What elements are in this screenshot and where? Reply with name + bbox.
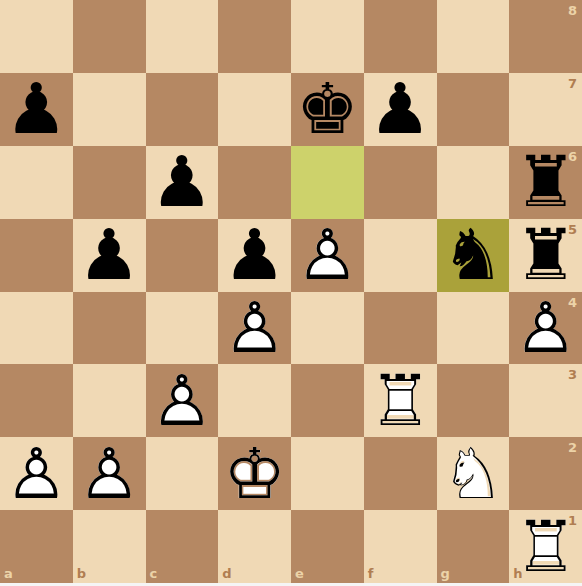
piece-black-rook[interactable]: ♜ bbox=[509, 146, 582, 219]
square-c1[interactable]: c bbox=[146, 510, 219, 583]
square-g6[interactable] bbox=[437, 146, 510, 219]
square-c4[interactable] bbox=[146, 292, 219, 365]
square-h7[interactable]: 7 bbox=[509, 73, 582, 146]
piece-black-pawn[interactable]: ♟ bbox=[73, 219, 146, 292]
black-knight-glyph: ♞ bbox=[437, 219, 510, 292]
black-rook-glyph: ♜ bbox=[509, 219, 582, 292]
square-d4[interactable]: ♟♙ bbox=[218, 292, 291, 365]
square-g7[interactable] bbox=[437, 73, 510, 146]
black-pawn-glyph: ♟ bbox=[0, 73, 73, 146]
rank-label-2: 2 bbox=[568, 440, 577, 455]
rank-label-8: 8 bbox=[568, 3, 577, 18]
white-pawn-outline: ♙ bbox=[218, 292, 291, 365]
square-e3[interactable] bbox=[291, 364, 364, 437]
square-g2[interactable]: ♞♘ bbox=[437, 437, 510, 510]
square-c6[interactable]: ♟ bbox=[146, 146, 219, 219]
piece-white-pawn[interactable]: ♟♙ bbox=[73, 437, 146, 510]
square-d7[interactable] bbox=[218, 73, 291, 146]
square-b2[interactable]: ♟♙ bbox=[73, 437, 146, 510]
square-b5[interactable]: ♟ bbox=[73, 219, 146, 292]
square-a5[interactable] bbox=[0, 219, 73, 292]
white-king-outline: ♔ bbox=[218, 437, 291, 510]
piece-black-king[interactable]: ♚ bbox=[291, 73, 364, 146]
square-g5[interactable]: ♞ bbox=[437, 219, 510, 292]
square-h2[interactable]: 2 bbox=[509, 437, 582, 510]
square-d1[interactable]: d bbox=[218, 510, 291, 583]
square-a6[interactable] bbox=[0, 146, 73, 219]
square-d5[interactable]: ♟ bbox=[218, 219, 291, 292]
square-b3[interactable] bbox=[73, 364, 146, 437]
piece-black-pawn[interactable]: ♟ bbox=[0, 73, 73, 146]
white-pawn-outline: ♙ bbox=[509, 292, 582, 365]
square-b6[interactable] bbox=[73, 146, 146, 219]
square-d6[interactable] bbox=[218, 146, 291, 219]
file-label-g: g bbox=[441, 566, 450, 581]
chess-app: 8♟♚♟7♟♜6♟♟♟♙♞♜5♟♙♟♙4♟♙♜♖3♟♙♟♙♚♔♞♘2abcdef… bbox=[0, 0, 582, 586]
square-e8[interactable] bbox=[291, 0, 364, 73]
square-c8[interactable] bbox=[146, 0, 219, 73]
black-rook-glyph: ♜ bbox=[509, 146, 582, 219]
square-e7[interactable]: ♚ bbox=[291, 73, 364, 146]
piece-black-knight[interactable]: ♞ bbox=[437, 219, 510, 292]
square-c2[interactable] bbox=[146, 437, 219, 510]
square-f5[interactable] bbox=[364, 219, 437, 292]
white-pawn-outline: ♙ bbox=[146, 364, 219, 437]
black-pawn-glyph: ♟ bbox=[146, 146, 219, 219]
square-b1[interactable]: b bbox=[73, 510, 146, 583]
square-a4[interactable] bbox=[0, 292, 73, 365]
square-f3[interactable]: ♜♖ bbox=[364, 364, 437, 437]
square-b8[interactable] bbox=[73, 0, 146, 73]
square-d8[interactable] bbox=[218, 0, 291, 73]
square-h8[interactable]: 8 bbox=[509, 0, 582, 73]
square-f7[interactable]: ♟ bbox=[364, 73, 437, 146]
black-pawn-glyph: ♟ bbox=[73, 219, 146, 292]
black-pawn-glyph: ♟ bbox=[364, 73, 437, 146]
white-pawn-outline: ♙ bbox=[291, 219, 364, 292]
square-c7[interactable] bbox=[146, 73, 219, 146]
square-h3[interactable]: 3 bbox=[509, 364, 582, 437]
piece-white-pawn[interactable]: ♟♙ bbox=[509, 292, 582, 365]
square-g3[interactable] bbox=[437, 364, 510, 437]
file-label-e: e bbox=[295, 566, 304, 581]
square-e2[interactable] bbox=[291, 437, 364, 510]
square-a7[interactable]: ♟ bbox=[0, 73, 73, 146]
square-e6[interactable] bbox=[291, 146, 364, 219]
square-b7[interactable] bbox=[73, 73, 146, 146]
square-f1[interactable]: f bbox=[364, 510, 437, 583]
file-label-d: d bbox=[222, 566, 231, 581]
white-rook-outline: ♖ bbox=[364, 364, 437, 437]
piece-white-pawn[interactable]: ♟♙ bbox=[146, 364, 219, 437]
square-f4[interactable] bbox=[364, 292, 437, 365]
square-a3[interactable] bbox=[0, 364, 73, 437]
square-a8[interactable] bbox=[0, 0, 73, 73]
square-c3[interactable]: ♟♙ bbox=[146, 364, 219, 437]
square-d3[interactable] bbox=[218, 364, 291, 437]
black-pawn-glyph: ♟ bbox=[218, 219, 291, 292]
chess-board: 8♟♚♟7♟♜6♟♟♟♙♞♜5♟♙♟♙4♟♙♜♖3♟♙♟♙♚♔♞♘2abcdef… bbox=[0, 0, 582, 583]
piece-white-king[interactable]: ♚♔ bbox=[218, 437, 291, 510]
piece-white-knight[interactable]: ♞♘ bbox=[437, 437, 510, 510]
piece-white-pawn[interactable]: ♟♙ bbox=[0, 437, 73, 510]
file-label-b: b bbox=[77, 566, 86, 581]
piece-black-rook[interactable]: ♜ bbox=[509, 219, 582, 292]
black-king-glyph: ♚ bbox=[291, 73, 364, 146]
white-rook-outline: ♖ bbox=[509, 510, 582, 583]
square-f2[interactable] bbox=[364, 437, 437, 510]
piece-black-pawn[interactable]: ♟ bbox=[364, 73, 437, 146]
square-h6[interactable]: ♜6 bbox=[509, 146, 582, 219]
square-f6[interactable] bbox=[364, 146, 437, 219]
white-pawn-outline: ♙ bbox=[73, 437, 146, 510]
square-e5[interactable]: ♟♙ bbox=[291, 219, 364, 292]
square-b4[interactable] bbox=[73, 292, 146, 365]
file-label-c: c bbox=[150, 566, 158, 581]
piece-black-pawn[interactable]: ♟ bbox=[146, 146, 219, 219]
square-a2[interactable]: ♟♙ bbox=[0, 437, 73, 510]
square-h4[interactable]: ♟♙4 bbox=[509, 292, 582, 365]
square-f8[interactable] bbox=[364, 0, 437, 73]
white-knight-outline: ♘ bbox=[437, 437, 510, 510]
square-c5[interactable] bbox=[146, 219, 219, 292]
square-d2[interactable]: ♚♔ bbox=[218, 437, 291, 510]
piece-white-rook[interactable]: ♜♖ bbox=[509, 510, 582, 583]
piece-white-pawn[interactable]: ♟♙ bbox=[218, 292, 291, 365]
square-g1[interactable]: g bbox=[437, 510, 510, 583]
white-pawn-outline: ♙ bbox=[0, 437, 73, 510]
square-g8[interactable] bbox=[437, 0, 510, 73]
square-a1[interactable]: a bbox=[0, 510, 73, 583]
file-label-f: f bbox=[368, 566, 374, 581]
square-h1[interactable]: ♜♖1h bbox=[509, 510, 582, 583]
piece-white-pawn[interactable]: ♟♙ bbox=[291, 219, 364, 292]
square-g4[interactable] bbox=[437, 292, 510, 365]
piece-white-rook[interactable]: ♜♖ bbox=[364, 364, 437, 437]
square-h5[interactable]: ♜5 bbox=[509, 219, 582, 292]
square-e4[interactable] bbox=[291, 292, 364, 365]
piece-black-pawn[interactable]: ♟ bbox=[218, 219, 291, 292]
square-e1[interactable]: e bbox=[291, 510, 364, 583]
rank-label-7: 7 bbox=[568, 76, 577, 91]
file-label-a: a bbox=[4, 566, 13, 581]
rank-label-3: 3 bbox=[568, 367, 577, 382]
